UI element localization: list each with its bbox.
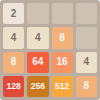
board-2048[interactable]: 24488641641282565128 bbox=[0, 0, 100, 100]
tile-256: 256 bbox=[27, 76, 48, 97]
empty-cell bbox=[52, 3, 73, 24]
tile-2: 2 bbox=[3, 3, 24, 24]
tile-8: 8 bbox=[52, 27, 73, 48]
tile-4: 4 bbox=[76, 52, 97, 73]
tile-128: 128 bbox=[3, 76, 24, 97]
tile-4: 4 bbox=[3, 27, 24, 48]
tile-16: 16 bbox=[52, 52, 73, 73]
tile-64: 64 bbox=[27, 52, 48, 73]
tile-512: 512 bbox=[52, 76, 73, 97]
empty-cell bbox=[76, 27, 97, 48]
tile-8: 8 bbox=[3, 52, 24, 73]
empty-cell bbox=[76, 3, 97, 24]
tile-8: 8 bbox=[76, 76, 97, 97]
tile-4: 4 bbox=[27, 27, 48, 48]
empty-cell bbox=[27, 3, 48, 24]
